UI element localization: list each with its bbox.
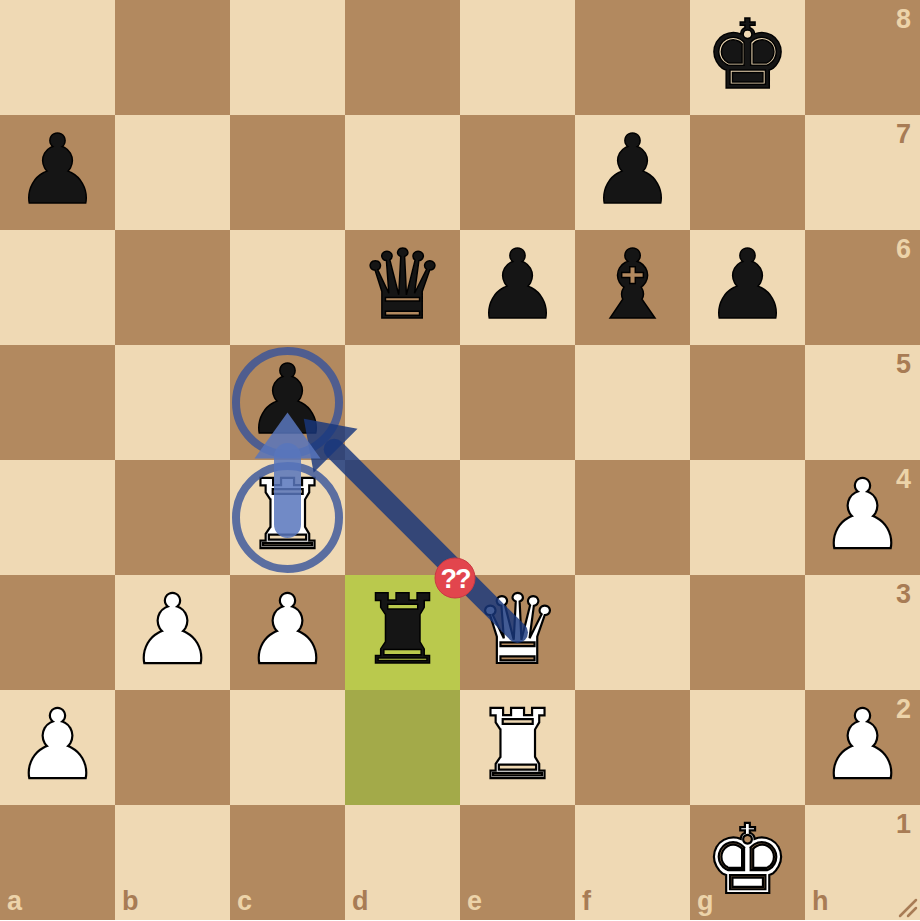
file-label-h: h — [812, 888, 829, 915]
piece-white-rook-c4[interactable]: ♜ — [244, 467, 330, 563]
square-f5[interactable] — [575, 345, 690, 460]
square-a7[interactable]: ♟ — [0, 115, 115, 230]
square-d8[interactable] — [345, 0, 460, 115]
square-f4[interactable] — [575, 460, 690, 575]
piece-white-pawn-h2[interactable]: ♟ — [819, 697, 905, 793]
square-g7[interactable] — [690, 115, 805, 230]
square-g2[interactable] — [690, 690, 805, 805]
piece-white-pawn-b3[interactable]: ♟ — [129, 582, 215, 678]
rank-label-3: 3 — [896, 581, 911, 608]
square-d6[interactable]: ♛ — [345, 230, 460, 345]
square-d5[interactable] — [345, 345, 460, 460]
square-f2[interactable] — [575, 690, 690, 805]
file-label-a: a — [7, 888, 22, 915]
square-f8[interactable] — [575, 0, 690, 115]
file-label-e: e — [467, 888, 482, 915]
square-g8[interactable]: ♚ — [690, 0, 805, 115]
piece-black-pawn-g6[interactable]: ♟ — [704, 237, 790, 333]
file-label-g: g — [697, 888, 714, 915]
piece-black-pawn-e6[interactable]: ♟ — [474, 237, 560, 333]
square-c4[interactable]: ♜ — [230, 460, 345, 575]
piece-black-king-g8[interactable]: ♚ — [704, 7, 790, 103]
square-a5[interactable] — [0, 345, 115, 460]
square-g4[interactable] — [690, 460, 805, 575]
square-a8[interactable] — [0, 0, 115, 115]
piece-black-pawn-c5[interactable]: ♟ — [244, 352, 330, 448]
square-c2[interactable] — [230, 690, 345, 805]
square-c7[interactable] — [230, 115, 345, 230]
piece-white-rook-e2[interactable]: ♜ — [474, 697, 560, 793]
rank-label-6: 6 — [896, 236, 911, 263]
piece-white-pawn-c3[interactable]: ♟ — [244, 582, 330, 678]
square-b4[interactable] — [115, 460, 230, 575]
square-g6[interactable]: ♟ — [690, 230, 805, 345]
file-label-f: f — [582, 888, 591, 915]
square-f3[interactable] — [575, 575, 690, 690]
square-c6[interactable] — [230, 230, 345, 345]
rank-label-5: 5 — [896, 351, 911, 378]
piece-white-pawn-h4[interactable]: ♟ — [819, 467, 905, 563]
piece-black-rook-d3[interactable]: ♜ — [359, 582, 445, 678]
square-b8[interactable] — [115, 0, 230, 115]
square-f1[interactable] — [575, 805, 690, 920]
square-e2[interactable]: ♜ — [460, 690, 575, 805]
piece-white-king-g1[interactable]: ♚ — [704, 812, 790, 908]
piece-black-queen-d6[interactable]: ♛ — [359, 237, 445, 333]
square-f6[interactable]: ♝ — [575, 230, 690, 345]
square-c5[interactable]: ♟ — [230, 345, 345, 460]
square-a2[interactable]: ♟ — [0, 690, 115, 805]
chess-board: ♚♟♟♛♟♝♟♟♜♟♟♟♜♛♟♜♟♚abcdefgh87654321?? — [0, 0, 920, 920]
square-d3[interactable]: ♜ — [345, 575, 460, 690]
piece-white-pawn-a2[interactable]: ♟ — [14, 697, 100, 793]
square-a4[interactable] — [0, 460, 115, 575]
square-b7[interactable] — [115, 115, 230, 230]
square-c8[interactable] — [230, 0, 345, 115]
rank-label-1: 1 — [896, 811, 911, 838]
file-label-c: c — [237, 888, 252, 915]
file-label-d: d — [352, 888, 369, 915]
square-c3[interactable]: ♟ — [230, 575, 345, 690]
square-d7[interactable] — [345, 115, 460, 230]
square-f7[interactable]: ♟ — [575, 115, 690, 230]
square-e5[interactable] — [460, 345, 575, 460]
square-e7[interactable] — [460, 115, 575, 230]
square-a3[interactable] — [0, 575, 115, 690]
square-a6[interactable] — [0, 230, 115, 345]
square-g5[interactable] — [690, 345, 805, 460]
square-e8[interactable] — [460, 0, 575, 115]
square-b2[interactable] — [115, 690, 230, 805]
square-d2[interactable] — [345, 690, 460, 805]
square-e4[interactable] — [460, 460, 575, 575]
piece-black-pawn-a7[interactable]: ♟ — [14, 122, 100, 218]
rank-label-7: 7 — [896, 121, 911, 148]
rank-label-4: 4 — [896, 466, 911, 493]
square-e3[interactable]: ♛ — [460, 575, 575, 690]
square-b5[interactable] — [115, 345, 230, 460]
piece-white-queen-e3[interactable]: ♛ — [474, 582, 560, 678]
square-g3[interactable] — [690, 575, 805, 690]
piece-black-pawn-f7[interactable]: ♟ — [589, 122, 675, 218]
square-b3[interactable]: ♟ — [115, 575, 230, 690]
square-e6[interactable]: ♟ — [460, 230, 575, 345]
square-d4[interactable] — [345, 460, 460, 575]
rank-label-2: 2 — [896, 696, 911, 723]
file-label-b: b — [122, 888, 139, 915]
piece-black-bishop-f6[interactable]: ♝ — [589, 237, 675, 333]
square-b6[interactable] — [115, 230, 230, 345]
rank-label-8: 8 — [896, 6, 911, 33]
